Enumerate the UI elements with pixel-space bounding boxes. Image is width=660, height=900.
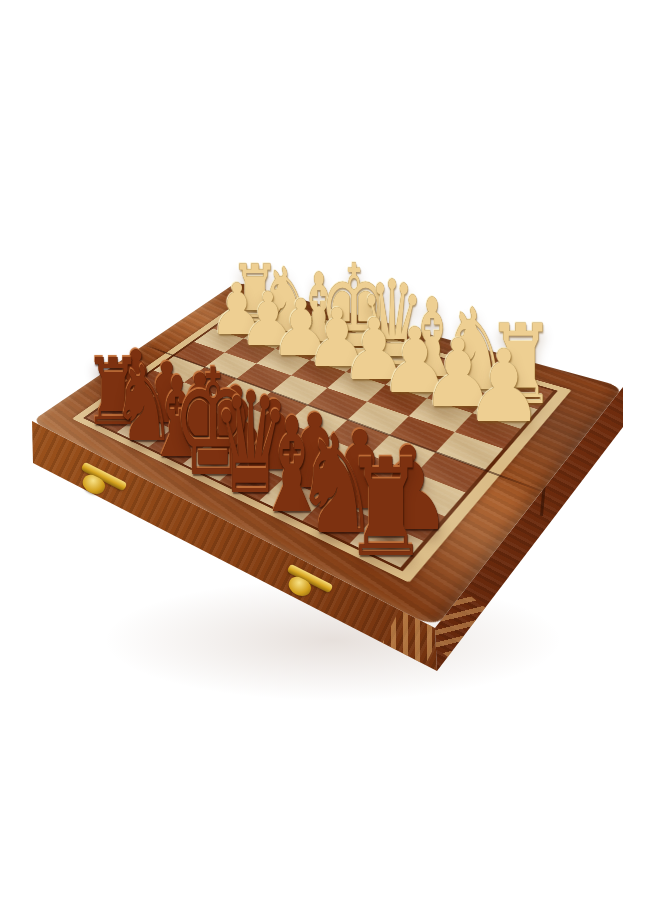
product-photo-scene: Wooden folding magnetic chess set with s…: [0, 0, 660, 900]
ground-shadow: [88, 575, 578, 705]
